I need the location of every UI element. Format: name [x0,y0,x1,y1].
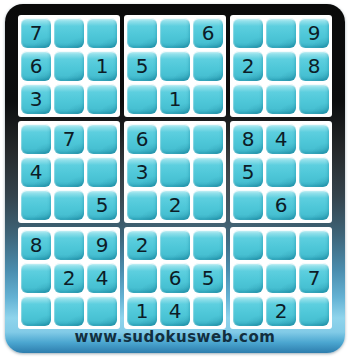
cell-r5c4[interactable]: 3 [127,157,157,187]
box-3-2: 26514 [124,227,226,329]
website-link[interactable]: www.sudokusweb.com [5,328,345,346]
cell-r5c1[interactable]: 4 [21,157,51,187]
cell-r3c6[interactable] [193,84,223,114]
cell-r9c4[interactable]: 1 [127,296,157,326]
cell-r6c2[interactable] [54,190,84,220]
box-3-3: 72 [230,227,332,329]
cell-r7c8[interactable] [266,230,296,260]
cell-r1c4[interactable] [127,18,157,48]
cell-r7c6[interactable] [193,230,223,260]
box-2-2: 632 [124,121,226,223]
cell-r7c9[interactable] [299,230,329,260]
cell-r2c2[interactable] [54,51,84,81]
cell-r4c6[interactable] [193,124,223,154]
cell-r6c5[interactable]: 2 [160,190,190,220]
cell-r6c6[interactable] [193,190,223,220]
cell-r8c4[interactable] [127,263,157,293]
cell-r6c4[interactable] [127,190,157,220]
cell-r8c2[interactable]: 2 [54,263,84,293]
cell-r8c8[interactable] [266,263,296,293]
cell-r3c3[interactable] [87,84,117,114]
cell-r4c7[interactable]: 8 [233,124,263,154]
cell-r7c1[interactable]: 8 [21,230,51,260]
cell-r4c5[interactable] [160,124,190,154]
cell-r3c2[interactable] [54,84,84,114]
cell-r7c7[interactable] [233,230,263,260]
cell-r9c2[interactable] [54,296,84,326]
cell-r2c7[interactable]: 2 [233,51,263,81]
cell-r1c6[interactable]: 6 [193,18,223,48]
cell-r8c7[interactable] [233,263,263,293]
cell-r1c5[interactable] [160,18,190,48]
box-2-1: 745 [18,121,120,223]
cell-r3c1[interactable]: 3 [21,84,51,114]
cell-r5c5[interactable] [160,157,190,187]
cell-r8c1[interactable] [21,263,51,293]
cell-r8c3[interactable]: 4 [87,263,117,293]
cell-r2c9[interactable]: 8 [299,51,329,81]
cell-r8c9[interactable]: 7 [299,263,329,293]
cell-r1c1[interactable]: 7 [21,18,51,48]
cell-r6c3[interactable]: 5 [87,190,117,220]
cell-r4c4[interactable]: 6 [127,124,157,154]
cell-r4c9[interactable] [299,124,329,154]
cell-r5c7[interactable]: 5 [233,157,263,187]
cell-r9c3[interactable] [87,296,117,326]
cell-r5c9[interactable] [299,157,329,187]
cell-r9c5[interactable]: 4 [160,296,190,326]
cell-r9c7[interactable] [233,296,263,326]
cell-r1c8[interactable] [266,18,296,48]
cell-r9c9[interactable] [299,296,329,326]
cell-r7c4[interactable]: 2 [127,230,157,260]
cell-r1c3[interactable] [87,18,117,48]
cell-r5c6[interactable] [193,157,223,187]
cell-r2c5[interactable] [160,51,190,81]
cell-r3c9[interactable] [299,84,329,114]
cell-r5c8[interactable] [266,157,296,187]
cell-r6c8[interactable]: 6 [266,190,296,220]
box-1-1: 7613 [18,15,120,117]
box-2-3: 8456 [230,121,332,223]
cell-r5c2[interactable] [54,157,84,187]
cell-r9c6[interactable] [193,296,223,326]
box-1-3: 928 [230,15,332,117]
cell-r2c6[interactable] [193,51,223,81]
cell-r4c3[interactable] [87,124,117,154]
cell-r1c2[interactable] [54,18,84,48]
cell-r7c2[interactable] [54,230,84,260]
cell-r6c7[interactable] [233,190,263,220]
cell-r4c8[interactable]: 4 [266,124,296,154]
cell-r8c6[interactable]: 5 [193,263,223,293]
cell-r2c3[interactable]: 1 [87,51,117,81]
cell-r1c9[interactable]: 9 [299,18,329,48]
cell-r6c1[interactable] [21,190,51,220]
cell-r3c5[interactable]: 1 [160,84,190,114]
cell-r9c8[interactable]: 2 [266,296,296,326]
cell-r4c1[interactable] [21,124,51,154]
cell-r3c7[interactable] [233,84,263,114]
board-frame: 7613651928745632845689242651472 www.sudo… [5,4,345,353]
cell-r5c3[interactable] [87,157,117,187]
cell-r2c1[interactable]: 6 [21,51,51,81]
cell-r3c8[interactable] [266,84,296,114]
cell-r7c5[interactable] [160,230,190,260]
cell-r9c1[interactable] [21,296,51,326]
cell-r2c8[interactable] [266,51,296,81]
cell-r3c4[interactable] [127,84,157,114]
cell-r4c2[interactable]: 7 [54,124,84,154]
cell-r7c3[interactable]: 9 [87,230,117,260]
cell-r6c9[interactable] [299,190,329,220]
cell-r8c5[interactable]: 6 [160,263,190,293]
sudoku-grid: 7613651928745632845689242651472 [18,15,332,329]
cell-r2c4[interactable]: 5 [127,51,157,81]
box-3-1: 8924 [18,227,120,329]
box-1-2: 651 [124,15,226,117]
cell-r1c7[interactable] [233,18,263,48]
